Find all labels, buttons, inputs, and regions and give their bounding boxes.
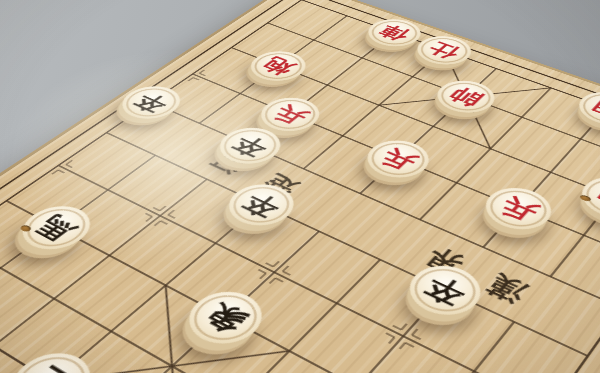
piece-character: 相 [588, 96, 600, 120]
piece-character: 兵 [495, 193, 542, 224]
piece-character: 帥 [445, 84, 487, 108]
piece-character: 士 [22, 360, 81, 373]
piece-character: 兵 [375, 145, 420, 173]
photo-stage: 楚河 漢界 俥仕相帥炮炮兵兵兵卒卒卒卒馬象士將砲馬 [0, 0, 600, 373]
piece-character: 卒 [237, 189, 285, 220]
piece-character: 卒 [129, 90, 173, 114]
piece-character: 馬 [31, 211, 82, 243]
piece-character: 兵 [268, 101, 311, 126]
piece-character: 俥 [375, 22, 414, 42]
piece-character: 仕 [424, 39, 463, 60]
piece-character: 炮 [591, 182, 600, 212]
piece-character: 象 [198, 298, 253, 337]
piece-character: 卒 [419, 271, 471, 308]
piece-character: 炮 [258, 54, 299, 76]
piece-character: 卒 [227, 132, 272, 159]
